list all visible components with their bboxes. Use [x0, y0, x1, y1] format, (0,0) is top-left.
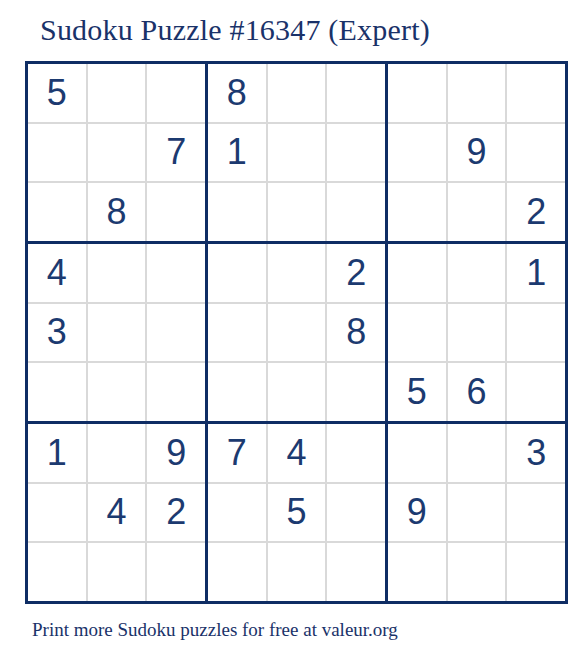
cell-r4c1-given[interactable]: 4	[28, 244, 86, 302]
cell-r4c6-given[interactable]: 2	[327, 244, 385, 302]
box-1-3: 92	[388, 64, 565, 241]
cell-r4c3-empty[interactable]	[147, 244, 205, 302]
cell-r1c9-empty[interactable]	[507, 64, 565, 122]
cell-r6c7-given[interactable]: 5	[388, 363, 446, 421]
cell-r5c4-empty[interactable]	[208, 304, 266, 362]
cell-r8c8-empty[interactable]	[448, 484, 506, 542]
cell-r9c3-empty[interactable]	[147, 543, 205, 601]
cell-r7c8-empty[interactable]	[448, 424, 506, 482]
cell-r7c6-empty[interactable]	[327, 424, 385, 482]
box-3-1: 1942	[28, 424, 205, 601]
cell-r1c1-given[interactable]: 5	[28, 64, 86, 122]
cell-r7c5-given[interactable]: 4	[268, 424, 326, 482]
box-2-1: 43	[28, 244, 205, 421]
page: Sudoku Puzzle #16347 (Expert) 5788192432…	[0, 0, 580, 651]
cell-r1c3-empty[interactable]	[147, 64, 205, 122]
cell-r7c9-given[interactable]: 3	[507, 424, 565, 482]
cell-r6c9-empty[interactable]	[507, 363, 565, 421]
cell-r8c2-given[interactable]: 4	[88, 484, 146, 542]
page-title: Sudoku Puzzle #16347 (Expert)	[40, 13, 430, 47]
cell-r6c6-empty[interactable]	[327, 363, 385, 421]
cell-r5c9-empty[interactable]	[507, 304, 565, 362]
cell-r8c5-given[interactable]: 5	[268, 484, 326, 542]
cell-r1c8-empty[interactable]	[448, 64, 506, 122]
cell-r3c3-empty[interactable]	[147, 183, 205, 241]
box-1-2: 81	[208, 64, 385, 241]
cell-r3c5-empty[interactable]	[268, 183, 326, 241]
cell-r5c8-empty[interactable]	[448, 304, 506, 362]
cell-r3c1-empty[interactable]	[28, 183, 86, 241]
cell-r8c3-given[interactable]: 2	[147, 484, 205, 542]
cell-r9c8-empty[interactable]	[448, 543, 506, 601]
cell-r2c4-given[interactable]: 1	[208, 124, 266, 182]
cell-r9c2-empty[interactable]	[88, 543, 146, 601]
cell-r4c7-empty[interactable]	[388, 244, 446, 302]
cell-r5c1-given[interactable]: 3	[28, 304, 86, 362]
cell-r1c4-given[interactable]: 8	[208, 64, 266, 122]
cell-r3c2-given[interactable]: 8	[88, 183, 146, 241]
cell-r2c9-empty[interactable]	[507, 124, 565, 182]
cell-r9c6-empty[interactable]	[327, 543, 385, 601]
cell-r5c5-empty[interactable]	[268, 304, 326, 362]
cell-r1c7-empty[interactable]	[388, 64, 446, 122]
cell-r7c2-empty[interactable]	[88, 424, 146, 482]
cell-r7c7-empty[interactable]	[388, 424, 446, 482]
cell-r7c4-given[interactable]: 7	[208, 424, 266, 482]
cell-r2c6-empty[interactable]	[327, 124, 385, 182]
cell-r3c4-empty[interactable]	[208, 183, 266, 241]
cell-r4c4-empty[interactable]	[208, 244, 266, 302]
box-3-2: 745	[208, 424, 385, 601]
cell-r6c5-empty[interactable]	[268, 363, 326, 421]
cell-r9c5-empty[interactable]	[268, 543, 326, 601]
cell-r3c7-empty[interactable]	[388, 183, 446, 241]
cell-r2c8-given[interactable]: 9	[448, 124, 506, 182]
cell-r4c9-given[interactable]: 1	[507, 244, 565, 302]
cell-r6c4-empty[interactable]	[208, 363, 266, 421]
cell-r9c1-empty[interactable]	[28, 543, 86, 601]
cell-r2c1-empty[interactable]	[28, 124, 86, 182]
sudoku-board: 57881924328156194274539	[25, 61, 568, 604]
cell-r2c2-empty[interactable]	[88, 124, 146, 182]
footer-text: Print more Sudoku puzzles for free at va…	[32, 619, 398, 641]
cell-r9c9-empty[interactable]	[507, 543, 565, 601]
cell-r1c6-empty[interactable]	[327, 64, 385, 122]
box-3-3: 39	[388, 424, 565, 601]
cell-r1c2-empty[interactable]	[88, 64, 146, 122]
cell-r9c4-empty[interactable]	[208, 543, 266, 601]
cell-r6c1-empty[interactable]	[28, 363, 86, 421]
cell-r5c7-empty[interactable]	[388, 304, 446, 362]
cell-r8c6-empty[interactable]	[327, 484, 385, 542]
box-1-1: 578	[28, 64, 205, 241]
cell-r8c7-given[interactable]: 9	[388, 484, 446, 542]
cell-r6c8-given[interactable]: 6	[448, 363, 506, 421]
cell-r5c2-empty[interactable]	[88, 304, 146, 362]
cell-r7c3-given[interactable]: 9	[147, 424, 205, 482]
cell-r3c9-given[interactable]: 2	[507, 183, 565, 241]
cell-r2c3-given[interactable]: 7	[147, 124, 205, 182]
cell-r5c3-empty[interactable]	[147, 304, 205, 362]
box-2-2: 28	[208, 244, 385, 421]
cell-r4c5-empty[interactable]	[268, 244, 326, 302]
cell-r4c8-empty[interactable]	[448, 244, 506, 302]
cell-r8c4-empty[interactable]	[208, 484, 266, 542]
cell-r6c3-empty[interactable]	[147, 363, 205, 421]
cell-r8c1-empty[interactable]	[28, 484, 86, 542]
cell-r9c7-empty[interactable]	[388, 543, 446, 601]
cell-r2c5-empty[interactable]	[268, 124, 326, 182]
cell-r3c8-empty[interactable]	[448, 183, 506, 241]
cell-r1c5-empty[interactable]	[268, 64, 326, 122]
cell-r8c9-empty[interactable]	[507, 484, 565, 542]
cell-r2c7-empty[interactable]	[388, 124, 446, 182]
cell-r3c6-empty[interactable]	[327, 183, 385, 241]
cell-r4c2-empty[interactable]	[88, 244, 146, 302]
cell-r7c1-given[interactable]: 1	[28, 424, 86, 482]
cell-r5c6-given[interactable]: 8	[327, 304, 385, 362]
cell-r6c2-empty[interactable]	[88, 363, 146, 421]
box-2-3: 156	[388, 244, 565, 421]
